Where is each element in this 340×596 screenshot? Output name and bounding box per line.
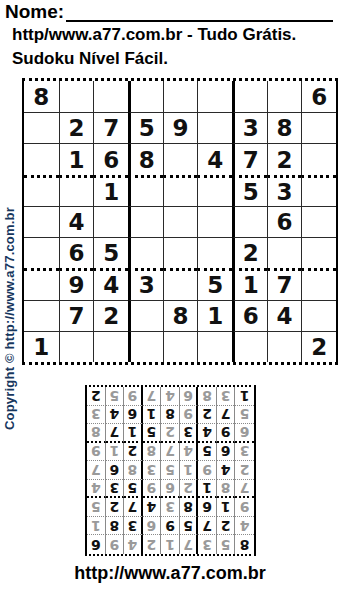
answer-cell-r7c6: 5: [143, 424, 162, 443]
sudoku-cell-r8c9[interactable]: [301, 300, 336, 331]
sudoku-cell-r9c4[interactable]: [128, 331, 163, 362]
sudoku-cell-r6c3[interactable]: 5: [93, 237, 128, 268]
sudoku-cell-r3c2[interactable]: 1: [59, 143, 94, 174]
sudoku-cell-r7c1[interactable]: [24, 268, 59, 299]
sudoku-cell-r4c1[interactable]: [24, 175, 59, 206]
sudoku-cell-r6c5[interactable]: [163, 237, 198, 268]
copyright-text: Copyright © http://www.a77.com.br: [2, 138, 18, 430]
sudoku-cell-r4c7[interactable]: 5: [232, 175, 267, 206]
sudoku-cell-r6c9[interactable]: [301, 237, 336, 268]
answer-cell-r3c7: 7: [124, 498, 143, 517]
sudoku-cell-r8c5[interactable]: 8: [163, 300, 198, 331]
sudoku-cell-r9c8[interactable]: [267, 331, 302, 362]
sudoku-cell-r9c3[interactable]: [93, 331, 128, 362]
sudoku-cell-r1c4[interactable]: [128, 81, 163, 112]
sudoku-cell-r8c8[interactable]: 4: [267, 300, 302, 331]
answer-cell-r2c7: 3: [124, 517, 143, 536]
sudoku-cell-r4c9[interactable]: [301, 175, 336, 206]
sudoku-cell-r5c9[interactable]: [301, 206, 336, 237]
answer-cell-r2c8: 8: [106, 517, 125, 536]
answer-cell-r1c3: 3: [198, 535, 217, 554]
answer-cell-r5c4: 1: [180, 461, 199, 480]
answer-cell-r5c5: 5: [161, 461, 180, 480]
sudoku-cell-r9c6[interactable]: [197, 331, 232, 362]
sudoku-cell-r5c1[interactable]: [24, 206, 59, 237]
sudoku-cell-r4c8[interactable]: 3: [267, 175, 302, 206]
answer-cell-r4c2: 8: [217, 480, 236, 499]
sudoku-cell-r6c6[interactable]: [197, 237, 232, 268]
answer-cell-r7c4: 3: [180, 424, 199, 443]
sudoku-cell-r2c3[interactable]: 7: [93, 112, 128, 143]
sudoku-cell-r9c7[interactable]: [232, 331, 267, 362]
answer-cell-r3c9: 5: [87, 498, 106, 517]
answer-cell-r2c9: 1: [87, 517, 106, 536]
answer-cell-r1c4: 7: [180, 535, 199, 554]
answer-cell-r6c9: 9: [87, 443, 106, 462]
sudoku-cell-r5c3[interactable]: [93, 206, 128, 237]
answer-cell-r8c3: 2: [198, 406, 217, 425]
sudoku-cell-r2c8[interactable]: 8: [267, 112, 302, 143]
answer-cell-r4c8: 3: [106, 480, 125, 499]
answer-cell-r6c5: 7: [161, 443, 180, 462]
sudoku-cell-r6c4[interactable]: [128, 237, 163, 268]
sudoku-cell-r7c7[interactable]: 1: [232, 268, 267, 299]
answer-cell-r1c7: 4: [124, 535, 143, 554]
sudoku-cell-r3c1[interactable]: [24, 143, 59, 174]
answer-cell-r9c3: 8: [198, 387, 217, 406]
sudoku-cell-r4c3[interactable]: 1: [93, 175, 128, 206]
name-row: Nome:: [5, 1, 333, 22]
answer-cell-r7c7: 1: [124, 424, 143, 443]
sudoku-cell-r2c2[interactable]: 2: [59, 112, 94, 143]
sudoku-cell-r3c3[interactable]: 6: [93, 143, 128, 174]
sudoku-cell-r2c6[interactable]: [197, 112, 232, 143]
answer-cell-r4c9: 4: [87, 480, 106, 499]
sudoku-cell-r2c9[interactable]: [301, 112, 336, 143]
answer-cell-r1c1: 8: [235, 535, 254, 554]
sudoku-cell-r7c6[interactable]: 5: [197, 268, 232, 299]
answer-cell-r3c3: 6: [198, 498, 217, 517]
answer-cell-r7c8: 7: [106, 424, 125, 443]
answer-cell-r3c1: 9: [235, 498, 254, 517]
sudoku-cell-r6c2[interactable]: 6: [59, 237, 94, 268]
sudoku-cell-r7c5[interactable]: [163, 268, 198, 299]
sudoku-cell-r5c8[interactable]: 6: [267, 206, 302, 237]
answer-cell-r8c6: 1: [143, 406, 162, 425]
sudoku-grid: 862759381684721534665294351772816412: [22, 78, 338, 365]
sudoku-cell-r5c4[interactable]: [128, 206, 163, 237]
answer-cell-r2c3: 7: [198, 517, 217, 536]
answer-cell-r3c5: 3: [161, 498, 180, 517]
answer-cell-r4c5: 6: [161, 480, 180, 499]
sudoku-cell-r1c8[interactable]: [267, 81, 302, 112]
answer-cell-r2c6: 6: [143, 517, 162, 536]
sudoku-cell-r2c1[interactable]: [24, 112, 59, 143]
answer-cell-r8c8: 4: [106, 406, 125, 425]
sudoku-cell-r1c3[interactable]: [93, 81, 128, 112]
answer-cell-r2c4: 5: [180, 517, 199, 536]
sudoku-cell-r3c9[interactable]: [301, 143, 336, 174]
sudoku-cell-r2c4[interactable]: 5: [128, 112, 163, 143]
answer-cell-r6c3: 5: [198, 443, 217, 462]
sudoku-cell-r8c3[interactable]: 2: [93, 300, 128, 331]
sudoku-cell-r1c7[interactable]: [232, 81, 267, 112]
answer-cell-r5c7: 8: [124, 461, 143, 480]
sudoku-cell-r1c1[interactable]: 8: [24, 81, 59, 112]
sudoku-cell-r4c4[interactable]: [128, 175, 163, 206]
sudoku-cell-r7c2[interactable]: 9: [59, 268, 94, 299]
answer-cell-r1c9: 6: [87, 535, 106, 554]
answer-cell-r4c7: 5: [124, 480, 143, 499]
answer-cell-r8c7: 6: [124, 406, 143, 425]
answer-cell-r4c4: 2: [180, 480, 199, 499]
sudoku-cell-r2c5[interactable]: 9: [163, 112, 198, 143]
answer-cell-r9c1: 1: [235, 387, 254, 406]
answer-cell-r8c1: 5: [235, 406, 254, 425]
sudoku-cell-r5c6[interactable]: [197, 206, 232, 237]
sudoku-cell-r7c4[interactable]: 3: [128, 268, 163, 299]
sudoku-cell-r1c9[interactable]: 6: [301, 81, 336, 112]
answer-cell-r2c1: 4: [235, 517, 254, 536]
sudoku-cell-r1c2[interactable]: [59, 81, 94, 112]
name-blank-line: [66, 1, 333, 22]
answer-cell-r3c8: 2: [106, 498, 125, 517]
answer-cell-r8c4: 9: [180, 406, 199, 425]
answer-cell-r5c6: 3: [143, 461, 162, 480]
answer-cell-r4c3: 1: [198, 480, 217, 499]
sudoku-print-page: { "game": "sudoku", "header": { "name_la…: [0, 0, 340, 596]
answer-cell-r1c2: 5: [217, 535, 236, 554]
answer-grid-rotated: 8537124964275963819168347257812695342491…: [85, 385, 256, 556]
answer-cell-r5c3: 9: [198, 461, 217, 480]
footer-url: http://www.a77.com.br: [0, 563, 340, 584]
sudoku-cell-r7c9[interactable]: [301, 268, 336, 299]
answer-cell-r8c5: 8: [161, 406, 180, 425]
answer-cell-r3c6: 4: [143, 498, 162, 517]
answer-cell-r7c2: 9: [217, 424, 236, 443]
answer-cell-r6c8: 1: [106, 443, 125, 462]
sudoku-cell-r4c5[interactable]: [163, 175, 198, 206]
answer-cell-r9c2: 3: [217, 387, 236, 406]
answer-cell-r9c5: 4: [161, 387, 180, 406]
answer-cell-r6c6: 8: [143, 443, 162, 462]
sudoku-cell-r5c2[interactable]: 4: [59, 206, 94, 237]
answer-cell-r5c9: 7: [87, 461, 106, 480]
answer-cell-r5c8: 6: [106, 461, 125, 480]
answer-cell-r8c9: 3: [87, 406, 106, 425]
answer-cell-r4c1: 7: [235, 480, 254, 499]
answer-cell-r1c8: 9: [106, 535, 125, 554]
puzzle-title: Sudoku Nível Fácil.: [12, 49, 168, 69]
sudoku-cell-r7c3[interactable]: 4: [93, 268, 128, 299]
answer-cell-r2c2: 2: [217, 517, 236, 536]
sudoku-cell-r5c7[interactable]: [232, 206, 267, 237]
sudoku-cell-r9c5[interactable]: [163, 331, 198, 362]
answer-cell-r8c2: 7: [217, 406, 236, 425]
sudoku-cell-r3c7[interactable]: 7: [232, 143, 267, 174]
sudoku-cell-r6c1[interactable]: [24, 237, 59, 268]
site-header-text: http/www.a77.com.br - Tudo Grátis.: [12, 25, 296, 45]
sudoku-cell-r6c8[interactable]: [267, 237, 302, 268]
sudoku-cell-r9c1[interactable]: 1: [24, 331, 59, 362]
answer-cell-r6c4: 4: [180, 443, 199, 462]
sudoku-cell-r3c4[interactable]: 8: [128, 143, 163, 174]
answer-cell-r9c8: 5: [106, 387, 125, 406]
answer-cell-r2c5: 9: [161, 517, 180, 536]
sudoku-cell-r9c2[interactable]: [59, 331, 94, 362]
answer-cell-r7c3: 4: [198, 424, 217, 443]
sudoku-cell-r1c5[interactable]: [163, 81, 198, 112]
sudoku-cell-r3c6[interactable]: 4: [197, 143, 232, 174]
sudoku-cell-r5c5[interactable]: [163, 206, 198, 237]
answer-cell-r6c1: 3: [235, 443, 254, 462]
answer-cell-r7c5: 2: [161, 424, 180, 443]
name-label: Nome:: [5, 2, 64, 22]
sudoku-cell-r4c6[interactable]: [197, 175, 232, 206]
answer-cell-r1c6: 2: [143, 535, 162, 554]
answer-cell-r4c6: 9: [143, 480, 162, 499]
sudoku-cell-r8c2[interactable]: 7: [59, 300, 94, 331]
answer-cell-r1c5: 1: [161, 535, 180, 554]
sudoku-cell-r9c9[interactable]: 2: [301, 331, 336, 362]
answer-cell-r9c6: 7: [143, 387, 162, 406]
sudoku-cell-r1c6[interactable]: [197, 81, 232, 112]
answer-cell-r5c2: 4: [217, 461, 236, 480]
answer-cell-r6c2: 6: [217, 443, 236, 462]
sudoku-cell-r8c7[interactable]: 6: [232, 300, 267, 331]
sudoku-cell-r8c4[interactable]: [128, 300, 163, 331]
sudoku-cell-r8c6[interactable]: 1: [197, 300, 232, 331]
sudoku-cell-r3c5[interactable]: [163, 143, 198, 174]
sudoku-cell-r2c7[interactable]: 3: [232, 112, 267, 143]
answer-cell-r3c2: 1: [217, 498, 236, 517]
answer-cell-r7c1: 6: [235, 424, 254, 443]
sudoku-cell-r7c8[interactable]: 7: [267, 268, 302, 299]
sudoku-cell-r3c8[interactable]: 2: [267, 143, 302, 174]
sudoku-cell-r4c2[interactable]: [59, 175, 94, 206]
answer-cell-r9c9: 2: [87, 387, 106, 406]
answer-cell-r5c1: 2: [235, 461, 254, 480]
sudoku-cell-r8c1[interactable]: [24, 300, 59, 331]
answer-cell-r7c9: 8: [87, 424, 106, 443]
answer-cell-r9c7: 9: [124, 387, 143, 406]
sudoku-cell-r6c7[interactable]: 2: [232, 237, 267, 268]
answer-cell-r9c4: 6: [180, 387, 199, 406]
answer-cell-r6c7: 2: [124, 443, 143, 462]
answer-cell-r3c4: 8: [180, 498, 199, 517]
